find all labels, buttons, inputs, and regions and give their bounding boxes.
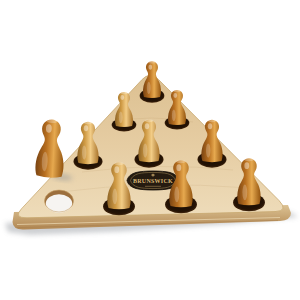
brunswick-badge: BRUNSWICK (127, 171, 179, 190)
cell-r3-c0 (45, 190, 74, 213)
off-board-pin[interactable] (35, 118, 66, 178)
peg-board-photo: BRUNSWICK (0, 0, 300, 300)
empty-hole[interactable] (45, 190, 74, 213)
badge-text: BRUNSWICK (133, 178, 173, 184)
